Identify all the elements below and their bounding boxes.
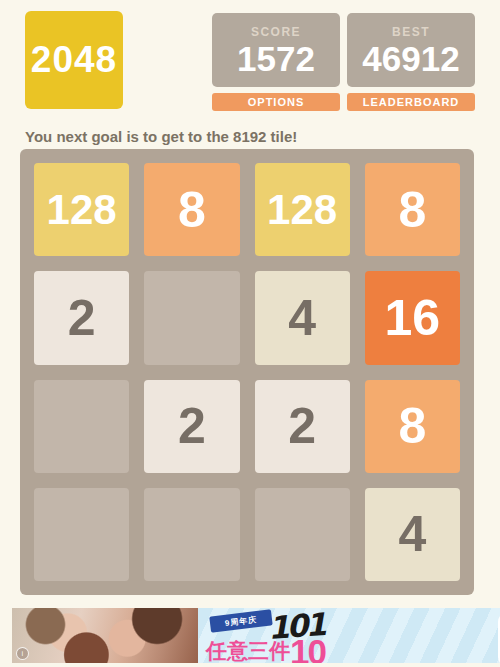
best-label: BEST [392, 25, 430, 39]
ad-promo-text: 任意三件10 [206, 632, 325, 663]
tile-4: 4 [365, 488, 460, 581]
game-logo-tile: 2048 [25, 11, 123, 109]
score-value: 1572 [237, 41, 315, 76]
tile-128: 128 [34, 163, 129, 256]
best-value: 46912 [362, 41, 459, 76]
promo-text: 任意三件 [206, 639, 290, 662]
score-label: SCORE [251, 25, 301, 39]
tile-8: 8 [144, 163, 239, 256]
ad-info-icon[interactable]: i [16, 647, 29, 660]
tile-2: 2 [144, 380, 239, 473]
options-button[interactable]: OPTIONS [212, 93, 340, 111]
tile-4: 4 [255, 271, 350, 364]
tile-128: 128 [255, 163, 350, 256]
ad-photo [12, 608, 198, 663]
tile-8: 8 [365, 380, 460, 473]
empty-cell [144, 488, 239, 581]
best-box: BEST 46912 [347, 13, 475, 87]
empty-cell [34, 488, 129, 581]
tile-2: 2 [255, 380, 350, 473]
ad-ribbon: 9周年庆 [209, 609, 272, 632]
score-box: SCORE 1572 [212, 13, 340, 87]
empty-cell [255, 488, 350, 581]
board-grid[interactable]: 1288128824162284 [20, 149, 474, 595]
empty-cell [34, 380, 129, 473]
empty-cell [144, 271, 239, 364]
ad-promo-area: 9周年庆 101 任意三件10 青花安卓 [198, 608, 500, 663]
tile-16: 16 [365, 271, 460, 364]
goal-text: You next goal is to get to the 8192 tile… [25, 128, 297, 145]
leaderboard-button[interactable]: LEADERBOARD [347, 93, 475, 111]
ad-banner[interactable]: 9周年庆 101 任意三件10 青花安卓 [12, 608, 500, 663]
tile-2: 2 [34, 271, 129, 364]
promo-number: 10 [290, 632, 325, 663]
tile-8: 8 [365, 163, 460, 256]
